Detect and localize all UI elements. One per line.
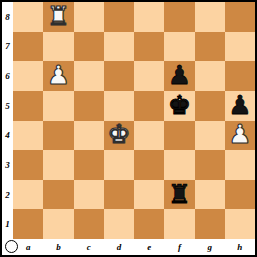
white-rook[interactable]: ♜ — [47, 3, 70, 29]
square-b5[interactable] — [43, 91, 73, 121]
rank-label-5: 5 — [2, 91, 13, 121]
rank-label-7: 7 — [2, 32, 13, 62]
square-d5[interactable] — [104, 91, 134, 121]
square-g3[interactable] — [195, 150, 225, 180]
file-label-e: e — [134, 239, 164, 255]
square-a5[interactable] — [13, 91, 43, 121]
chess-board: 8♜76♟♟5♚♟4♚♟32♜1abcdefgh — [2, 2, 255, 255]
square-f3[interactable] — [164, 150, 194, 180]
square-c5[interactable] — [74, 91, 104, 121]
square-f5[interactable]: ♚ — [164, 91, 194, 121]
square-e6[interactable] — [134, 61, 164, 91]
square-a7[interactable] — [13, 32, 43, 62]
square-d2[interactable] — [104, 180, 134, 210]
square-b8[interactable]: ♜ — [43, 2, 73, 32]
square-f2[interactable]: ♜ — [164, 180, 194, 210]
white-pawn[interactable]: ♟ — [47, 62, 70, 88]
square-f6[interactable]: ♟ — [164, 61, 194, 91]
square-h5[interactable]: ♟ — [225, 91, 255, 121]
square-f1[interactable] — [164, 209, 194, 239]
rank-label-8: 8 — [2, 2, 13, 32]
square-c1[interactable] — [74, 209, 104, 239]
square-b4[interactable] — [43, 121, 73, 151]
square-h7[interactable] — [225, 32, 255, 62]
square-g2[interactable] — [195, 180, 225, 210]
file-label-g: g — [195, 239, 225, 255]
square-d7[interactable] — [104, 32, 134, 62]
file-label-b: b — [43, 239, 73, 255]
white-pawn[interactable]: ♟ — [228, 121, 251, 147]
square-g7[interactable] — [195, 32, 225, 62]
square-f4[interactable] — [164, 121, 194, 151]
square-e7[interactable] — [134, 32, 164, 62]
white-king[interactable]: ♚ — [107, 121, 130, 147]
square-a4[interactable] — [13, 121, 43, 151]
rank-label-6: 6 — [2, 61, 13, 91]
square-a8[interactable] — [13, 2, 43, 32]
square-b2[interactable] — [43, 180, 73, 210]
square-c2[interactable] — [74, 180, 104, 210]
file-label-d: d — [104, 239, 134, 255]
square-g6[interactable] — [195, 61, 225, 91]
square-e3[interactable] — [134, 150, 164, 180]
square-c8[interactable] — [74, 2, 104, 32]
square-f8[interactable] — [164, 2, 194, 32]
square-f7[interactable] — [164, 32, 194, 62]
square-g8[interactable] — [195, 2, 225, 32]
square-e4[interactable] — [134, 121, 164, 151]
rank-label-2: 2 — [2, 180, 13, 210]
black-pawn[interactable]: ♟ — [168, 62, 191, 88]
square-e1[interactable] — [134, 209, 164, 239]
square-a3[interactable] — [13, 150, 43, 180]
file-label-h: h — [225, 239, 255, 255]
square-h1[interactable] — [225, 209, 255, 239]
black-king[interactable]: ♚ — [168, 92, 191, 118]
rank-label-4: 4 — [2, 121, 13, 151]
black-rook[interactable]: ♜ — [168, 181, 191, 207]
square-d3[interactable] — [104, 150, 134, 180]
square-a2[interactable] — [13, 180, 43, 210]
square-c6[interactable] — [74, 61, 104, 91]
square-h8[interactable] — [225, 2, 255, 32]
square-c3[interactable] — [74, 150, 104, 180]
black-pawn[interactable]: ♟ — [228, 92, 251, 118]
rank-label-1: 1 — [2, 209, 13, 239]
square-g1[interactable] — [195, 209, 225, 239]
square-h3[interactable] — [225, 150, 255, 180]
square-c7[interactable] — [74, 32, 104, 62]
square-b1[interactable] — [43, 209, 73, 239]
square-d4[interactable]: ♚ — [104, 121, 134, 151]
square-g4[interactable] — [195, 121, 225, 151]
square-h2[interactable] — [225, 180, 255, 210]
square-b6[interactable]: ♟ — [43, 61, 73, 91]
square-b3[interactable] — [43, 150, 73, 180]
white-to-move-indicator — [5, 240, 18, 253]
file-label-c: c — [74, 239, 104, 255]
square-h4[interactable]: ♟ — [225, 121, 255, 151]
square-d8[interactable] — [104, 2, 134, 32]
rank-label-3: 3 — [2, 150, 13, 180]
square-e2[interactable] — [134, 180, 164, 210]
square-e8[interactable] — [134, 2, 164, 32]
square-d6[interactable] — [104, 61, 134, 91]
file-label-f: f — [164, 239, 194, 255]
square-a6[interactable] — [13, 61, 43, 91]
chess-frame: 8♜76♟♟5♚♟4♚♟32♜1abcdefgh — [0, 0, 257, 257]
square-b7[interactable] — [43, 32, 73, 62]
square-a1[interactable] — [13, 209, 43, 239]
square-g5[interactable] — [195, 91, 225, 121]
square-h6[interactable] — [225, 61, 255, 91]
square-c4[interactable] — [74, 121, 104, 151]
square-d1[interactable] — [104, 209, 134, 239]
square-e5[interactable] — [134, 91, 164, 121]
